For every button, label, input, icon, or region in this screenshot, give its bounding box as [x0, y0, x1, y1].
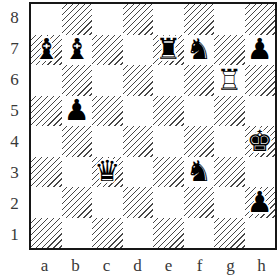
- file-label-a: a: [29, 250, 60, 278]
- file-label-b: b: [60, 250, 91, 278]
- square-h8[interactable]: [245, 4, 276, 35]
- file-label-e: e: [153, 250, 184, 278]
- rank-label-5: 5: [0, 95, 29, 126]
- square-g8[interactable]: [214, 4, 245, 35]
- rank-label-3: 3: [0, 157, 29, 188]
- square-d7[interactable]: [123, 35, 154, 66]
- file-labels: a b c d e f g h: [29, 250, 277, 278]
- square-f5[interactable]: [184, 96, 215, 127]
- square-f3[interactable]: ♞: [184, 157, 215, 188]
- piece-black-knight-f7[interactable]: ♞: [186, 35, 212, 64]
- square-h3[interactable]: [245, 157, 276, 188]
- square-d6[interactable]: [123, 65, 154, 96]
- square-e8[interactable]: [153, 4, 184, 35]
- square-c3[interactable]: ♛: [92, 157, 123, 188]
- square-c6[interactable]: [92, 65, 123, 96]
- square-d4[interactable]: [123, 126, 154, 157]
- piece-black-queen-c3[interactable]: ♛: [94, 157, 120, 186]
- rank-label-6: 6: [0, 64, 29, 95]
- file-label-f: f: [184, 250, 215, 278]
- square-c7[interactable]: [92, 35, 123, 66]
- square-e4[interactable]: [153, 126, 184, 157]
- piece-black-rook-e7[interactable]: ♜: [155, 35, 181, 64]
- square-h5[interactable]: [245, 96, 276, 127]
- piece-black-king-h4[interactable]: ♚: [247, 127, 273, 156]
- square-b1[interactable]: [62, 218, 93, 249]
- square-b2[interactable]: [62, 187, 93, 218]
- file-label-g: g: [215, 250, 246, 278]
- square-g4[interactable]: [214, 126, 245, 157]
- square-b8[interactable]: [62, 4, 93, 35]
- piece-black-knight-f3[interactable]: ♞: [186, 157, 212, 186]
- rank-label-4: 4: [0, 126, 29, 157]
- square-f7[interactable]: ♞: [184, 35, 215, 66]
- piece-black-pawn-h7[interactable]: ♟: [247, 35, 273, 64]
- square-a2[interactable]: [31, 187, 62, 218]
- square-a3[interactable]: [31, 157, 62, 188]
- square-e7[interactable]: ♜: [153, 35, 184, 66]
- square-c1[interactable]: [92, 218, 123, 249]
- piece-black-pawn-h2[interactable]: ♟: [247, 188, 273, 217]
- square-a4[interactable]: [31, 126, 62, 157]
- square-f6[interactable]: [184, 65, 215, 96]
- square-e1[interactable]: [153, 218, 184, 249]
- square-d2[interactable]: [123, 187, 154, 218]
- square-b5[interactable]: ♟: [62, 96, 93, 127]
- square-a6[interactable]: [31, 65, 62, 96]
- square-g3[interactable]: [214, 157, 245, 188]
- square-e3[interactable]: [153, 157, 184, 188]
- square-g1[interactable]: [214, 218, 245, 249]
- square-c2[interactable]: [92, 187, 123, 218]
- file-label-h: h: [246, 250, 277, 278]
- file-label-d: d: [122, 250, 153, 278]
- square-h4[interactable]: ♚: [245, 126, 276, 157]
- square-c4[interactable]: [92, 126, 123, 157]
- square-a8[interactable]: [31, 4, 62, 35]
- square-b4[interactable]: [62, 126, 93, 157]
- rank-label-1: 1: [0, 219, 29, 250]
- square-a5[interactable]: [31, 96, 62, 127]
- square-e5[interactable]: [153, 96, 184, 127]
- square-g5[interactable]: [214, 96, 245, 127]
- square-d8[interactable]: [123, 4, 154, 35]
- rank-label-2: 2: [0, 188, 29, 219]
- square-h6[interactable]: [245, 65, 276, 96]
- square-e2[interactable]: [153, 187, 184, 218]
- square-f8[interactable]: [184, 4, 215, 35]
- square-b6[interactable]: [62, 65, 93, 96]
- piece-black-bishop-a7[interactable]: ♝: [33, 35, 59, 64]
- square-b7[interactable]: ♝: [62, 35, 93, 66]
- square-f1[interactable]: [184, 218, 215, 249]
- piece-black-pawn-b5[interactable]: ♟: [64, 96, 90, 125]
- square-d3[interactable]: [123, 157, 154, 188]
- chess-board: ♝♝♜♞♟♖♟♚♛♞♟: [29, 2, 277, 250]
- square-d1[interactable]: [123, 218, 154, 249]
- square-b3[interactable]: [62, 157, 93, 188]
- rank-labels: 8 7 6 5 4 3 2 1: [0, 2, 29, 250]
- square-g7[interactable]: [214, 35, 245, 66]
- square-h7[interactable]: ♟: [245, 35, 276, 66]
- square-a1[interactable]: [31, 218, 62, 249]
- square-f2[interactable]: [184, 187, 215, 218]
- square-h2[interactable]: ♟: [245, 187, 276, 218]
- square-a7[interactable]: ♝: [31, 35, 62, 66]
- square-e6[interactable]: [153, 65, 184, 96]
- square-d5[interactable]: [123, 96, 154, 127]
- piece-black-bishop-b7[interactable]: ♝: [64, 35, 90, 64]
- square-c8[interactable]: [92, 4, 123, 35]
- square-f4[interactable]: [184, 126, 215, 157]
- square-h1[interactable]: [245, 218, 276, 249]
- file-label-c: c: [91, 250, 122, 278]
- square-c5[interactable]: [92, 96, 123, 127]
- rank-label-7: 7: [0, 33, 29, 64]
- square-g6[interactable]: ♖: [214, 65, 245, 96]
- piece-white-rook-g6[interactable]: ♖: [216, 66, 242, 95]
- rank-label-8: 8: [0, 2, 29, 33]
- chess-diagram: 8 7 6 5 4 3 2 1 ♝♝♜♞♟♖♟♚♛♞♟ a b c d e f …: [0, 0, 279, 279]
- square-g2[interactable]: [214, 187, 245, 218]
